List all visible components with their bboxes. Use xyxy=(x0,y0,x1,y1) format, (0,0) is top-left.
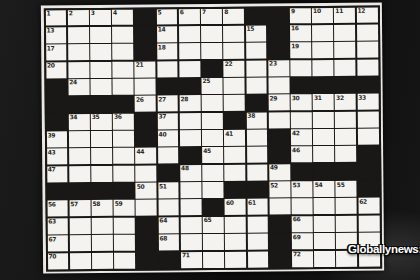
cell-r13c9[interactable] xyxy=(225,217,246,233)
cell-r4c14[interactable] xyxy=(335,59,356,75)
clue-number-24: 24 xyxy=(69,80,77,86)
cell-r15c8[interactable] xyxy=(203,251,224,267)
clue-number-11: 11 xyxy=(335,8,343,14)
black-cell-r10c15 xyxy=(358,163,379,179)
clue-number-47: 47 xyxy=(48,167,56,173)
clue-number-64: 64 xyxy=(159,218,167,224)
cell-r7c12[interactable] xyxy=(291,112,312,128)
black-cell-r1c5 xyxy=(134,9,155,25)
cell-r9c5[interactable]: 44 xyxy=(135,148,156,164)
cell-r5c5[interactable] xyxy=(135,78,156,94)
clue-number-29: 29 xyxy=(269,95,277,101)
cell-r10c10[interactable] xyxy=(247,164,268,180)
cell-r8c3[interactable] xyxy=(91,131,112,147)
black-cell-r5c7 xyxy=(179,78,200,94)
clue-number-67: 67 xyxy=(48,236,56,242)
clue-number-48: 48 xyxy=(181,165,189,171)
black-cell-r5c1 xyxy=(46,79,67,95)
clue-number-9: 9 xyxy=(291,8,295,14)
cell-r3c12[interactable]: 19 xyxy=(290,42,311,58)
cell-r14c1[interactable]: 67 xyxy=(47,235,68,251)
cell-r15c10[interactable] xyxy=(248,251,269,267)
black-cell-r11c10 xyxy=(247,182,268,198)
cell-r6c8[interactable] xyxy=(202,95,223,111)
cell-r8c7[interactable] xyxy=(180,130,201,146)
cell-r3c7[interactable] xyxy=(179,43,200,59)
black-cell-r1c10 xyxy=(245,8,266,24)
clue-number-22: 22 xyxy=(225,61,233,67)
clue-number-62: 62 xyxy=(359,199,367,205)
cell-r11c14[interactable]: 55 xyxy=(336,181,357,197)
clue-number-13: 13 xyxy=(47,28,55,34)
cell-r2c2[interactable] xyxy=(68,27,89,43)
clue-number-63: 63 xyxy=(48,219,56,225)
cell-r12c7[interactable] xyxy=(180,200,201,216)
clue-number-61: 61 xyxy=(248,200,256,206)
cell-r13c8[interactable]: 65 xyxy=(203,217,224,233)
cell-r12c1[interactable]: 56 xyxy=(47,201,68,217)
cell-r15c7[interactable]: 71 xyxy=(181,252,202,268)
clue-number-32: 32 xyxy=(336,95,344,101)
cell-r12c3[interactable]: 58 xyxy=(91,200,112,216)
clue-number-6: 6 xyxy=(180,9,184,15)
cell-r8c4[interactable] xyxy=(113,131,134,147)
cell-r7c2[interactable]: 34 xyxy=(69,114,90,130)
cell-r13c12[interactable]: 66 xyxy=(292,216,313,232)
cell-r2c3[interactable] xyxy=(90,27,111,43)
cell-r8c1[interactable]: 39 xyxy=(46,131,67,147)
cell-r13c2[interactable] xyxy=(69,218,90,234)
cell-r11c12[interactable]: 53 xyxy=(291,181,312,197)
black-cell-r6c3 xyxy=(91,96,112,112)
cell-r2c4[interactable] xyxy=(112,27,133,43)
cell-r12c14[interactable] xyxy=(336,198,357,214)
cell-r4c15[interactable] xyxy=(357,59,378,75)
cell-r13c15[interactable] xyxy=(358,215,379,231)
cell-r3c3[interactable] xyxy=(90,44,111,60)
cell-r11c11[interactable]: 52 xyxy=(269,181,290,197)
cell-r1c9[interactable]: 8 xyxy=(223,8,244,24)
clue-number-49: 49 xyxy=(270,165,278,171)
cell-r1c2[interactable]: 2 xyxy=(68,10,89,26)
black-cell-r6c2 xyxy=(68,96,89,112)
cell-r5c10[interactable] xyxy=(246,77,267,93)
cell-r7c10[interactable]: 38 xyxy=(246,112,267,128)
black-cell-r9c11 xyxy=(269,147,290,163)
black-cell-r3c5 xyxy=(135,44,156,60)
cell-r12c11[interactable] xyxy=(269,199,290,215)
cell-r14c7[interactable] xyxy=(181,234,202,250)
clue-number-36: 36 xyxy=(114,114,122,120)
cell-r13c3[interactable] xyxy=(92,218,113,234)
cell-r12c2[interactable]: 57 xyxy=(69,201,90,217)
cell-r11c5[interactable]: 50 xyxy=(136,183,157,199)
cell-r3c10[interactable] xyxy=(246,43,267,59)
cell-r6c7[interactable]: 28 xyxy=(179,95,200,111)
black-cell-r6c1 xyxy=(46,97,67,113)
cell-r1c4[interactable]: 4 xyxy=(112,9,133,25)
black-cell-r6c10 xyxy=(246,95,267,111)
cell-r9c14[interactable] xyxy=(336,146,357,162)
cell-r9c8[interactable]: 45 xyxy=(202,147,223,163)
cell-r5c8[interactable]: 25 xyxy=(202,78,223,94)
clue-number-72: 72 xyxy=(293,251,301,257)
black-cell-r15c5 xyxy=(136,252,157,268)
watermark: Globallynews: xyxy=(348,243,420,255)
cell-r2c1[interactable]: 13 xyxy=(46,27,67,43)
clue-number-44: 44 xyxy=(136,148,144,154)
cell-r8c9[interactable]: 41 xyxy=(224,130,245,146)
cell-r8c2[interactable] xyxy=(69,131,90,147)
cell-r13c14[interactable] xyxy=(336,216,357,232)
clue-number-51: 51 xyxy=(159,183,167,189)
cell-r1c7[interactable]: 6 xyxy=(179,9,200,25)
cell-r9c13[interactable] xyxy=(313,146,334,162)
cell-r8c13[interactable] xyxy=(313,129,334,145)
clue-number-25: 25 xyxy=(203,78,211,84)
cell-r4c12[interactable] xyxy=(290,60,311,76)
black-cell-r14c11 xyxy=(270,233,291,249)
cell-r1c12[interactable]: 9 xyxy=(290,8,311,24)
clue-number-18: 18 xyxy=(158,44,166,50)
cell-r12c9[interactable]: 60 xyxy=(225,199,246,215)
clue-number-56: 56 xyxy=(48,201,56,207)
clue-number-16: 16 xyxy=(291,26,299,32)
cell-r12c6[interactable] xyxy=(158,200,179,216)
clue-number-7: 7 xyxy=(202,9,206,15)
black-cell-r13c5 xyxy=(136,217,157,233)
clue-number-45: 45 xyxy=(203,148,211,154)
cell-r3c1[interactable]: 17 xyxy=(46,44,67,60)
cell-r14c6[interactable]: 68 xyxy=(158,234,179,250)
clue-number-69: 69 xyxy=(293,234,301,240)
clue-number-66: 66 xyxy=(293,217,301,223)
clue-number-31: 31 xyxy=(314,95,322,101)
cell-r15c12[interactable]: 72 xyxy=(292,251,313,267)
cell-r2c13[interactable] xyxy=(312,25,333,41)
cell-r15c1[interactable]: 70 xyxy=(47,253,68,269)
black-cell-r1c11 xyxy=(268,8,289,24)
clue-number-35: 35 xyxy=(92,114,100,120)
cell-r9c6[interactable] xyxy=(158,148,179,164)
clue-number-2: 2 xyxy=(69,10,73,16)
black-cell-r2c5 xyxy=(134,26,155,42)
clue-number-5: 5 xyxy=(158,9,162,15)
cell-r2c9[interactable] xyxy=(223,26,244,42)
black-cell-r5c14 xyxy=(335,77,356,93)
clue-number-28: 28 xyxy=(180,96,188,102)
clue-number-8: 8 xyxy=(224,9,228,15)
cell-r4c2[interactable] xyxy=(68,62,89,78)
cell-r10c4[interactable] xyxy=(113,165,134,181)
cell-r6c14[interactable]: 32 xyxy=(335,94,356,110)
clue-number-34: 34 xyxy=(70,114,78,120)
photo-background: 1234567891011121314151617181920212223242… xyxy=(0,0,420,280)
cell-r5c11[interactable] xyxy=(268,77,289,93)
black-cell-r9c7 xyxy=(180,147,201,163)
cell-r7c15[interactable] xyxy=(357,111,378,127)
clue-number-1: 1 xyxy=(46,10,50,16)
clue-number-33: 33 xyxy=(358,94,366,100)
cell-r12c4[interactable]: 59 xyxy=(114,200,135,216)
black-cell-r5c6 xyxy=(157,78,178,94)
cell-r4c9[interactable]: 22 xyxy=(224,60,245,76)
clue-number-12: 12 xyxy=(358,8,366,14)
black-cell-r6c4 xyxy=(113,96,134,112)
black-cell-r5c13 xyxy=(313,77,334,93)
cell-r1c1[interactable]: 1 xyxy=(45,10,66,26)
clue-number-4: 4 xyxy=(113,10,117,16)
black-cell-r12c8 xyxy=(203,199,224,215)
cell-r15c2[interactable] xyxy=(70,253,91,269)
cell-r10c11[interactable]: 49 xyxy=(269,164,290,180)
cell-r11c8[interactable] xyxy=(202,182,223,198)
black-cell-r2c11 xyxy=(268,25,289,41)
cell-r14c13[interactable] xyxy=(314,233,335,249)
cell-r2c12[interactable]: 16 xyxy=(290,25,311,41)
cell-r3c6[interactable]: 18 xyxy=(157,44,178,60)
cell-r3c9[interactable] xyxy=(223,43,244,59)
black-cell-r13c11 xyxy=(269,216,290,232)
cell-r10c5[interactable] xyxy=(136,165,157,181)
cell-r2c7[interactable] xyxy=(179,26,200,42)
cell-r12c10[interactable]: 61 xyxy=(247,199,268,215)
black-cell-r10c12 xyxy=(291,164,312,180)
clue-number-52: 52 xyxy=(270,182,278,188)
cell-r13c10[interactable] xyxy=(247,216,268,232)
clue-number-26: 26 xyxy=(136,96,144,102)
cell-r14c8[interactable] xyxy=(203,234,224,250)
clue-number-30: 30 xyxy=(292,95,300,101)
black-cell-r8c5 xyxy=(135,131,156,147)
black-cell-r10c14 xyxy=(336,163,357,179)
cell-r4c11[interactable]: 23 xyxy=(268,60,289,76)
clue-number-14: 14 xyxy=(158,27,166,33)
black-cell-r11c4 xyxy=(114,183,135,199)
cell-r11c13[interactable]: 54 xyxy=(314,181,335,197)
cell-r14c12[interactable]: 69 xyxy=(292,233,313,249)
cell-r1c13[interactable]: 10 xyxy=(312,7,333,23)
black-cell-r15c11 xyxy=(270,251,291,267)
black-cell-r10c13 xyxy=(313,164,334,180)
cell-r3c2[interactable] xyxy=(68,44,89,60)
clue-number-43: 43 xyxy=(48,149,56,155)
clue-number-10: 10 xyxy=(313,8,321,14)
clue-number-38: 38 xyxy=(247,113,255,119)
black-cell-r14c5 xyxy=(136,235,157,251)
cell-r4c10[interactable] xyxy=(246,60,267,76)
black-cell-r3c11 xyxy=(268,43,289,59)
cell-r4c4[interactable] xyxy=(113,61,134,77)
cell-r10c7[interactable]: 48 xyxy=(180,165,201,181)
clue-number-40: 40 xyxy=(159,131,167,137)
cell-r8c6[interactable]: 40 xyxy=(158,130,179,146)
cell-r7c3[interactable]: 35 xyxy=(91,114,112,130)
cell-r3c4[interactable] xyxy=(112,44,133,60)
black-cell-r5c15 xyxy=(357,76,378,92)
cell-r7c4[interactable]: 36 xyxy=(113,113,134,129)
cell-r12c13[interactable] xyxy=(314,198,335,214)
cell-r15c3[interactable] xyxy=(92,252,113,268)
cell-r9c2[interactable] xyxy=(69,148,90,164)
cell-r4c5[interactable]: 21 xyxy=(135,61,156,77)
cell-r9c1[interactable]: 43 xyxy=(47,149,68,165)
black-cell-r11c3 xyxy=(91,183,112,199)
clue-number-37: 37 xyxy=(158,114,166,120)
clue-number-3: 3 xyxy=(91,10,95,16)
cell-r8c12[interactable]: 42 xyxy=(291,129,312,145)
cell-r13c1[interactable]: 63 xyxy=(47,218,68,234)
cell-r12c15[interactable]: 62 xyxy=(358,198,379,214)
cell-r10c9[interactable] xyxy=(225,164,246,180)
clue-number-39: 39 xyxy=(47,132,55,138)
cell-r8c15[interactable] xyxy=(358,129,379,145)
cell-r3c14[interactable] xyxy=(335,42,356,58)
cell-r8c10[interactable] xyxy=(246,130,267,146)
cell-r4c1[interactable]: 20 xyxy=(46,62,67,78)
cell-r13c7[interactable] xyxy=(181,217,202,233)
cell-r6c12[interactable]: 30 xyxy=(291,94,312,110)
clue-number-58: 58 xyxy=(92,201,100,207)
cell-r7c14[interactable] xyxy=(335,111,356,127)
cell-r12c12[interactable] xyxy=(292,199,313,215)
clue-number-59: 59 xyxy=(115,201,123,207)
cell-r7c8[interactable] xyxy=(202,113,223,129)
cell-r6c11[interactable]: 29 xyxy=(268,95,289,111)
crossword-grid: 1234567891011121314151617181920212223242… xyxy=(43,5,381,271)
clue-number-20: 20 xyxy=(47,62,55,68)
cell-r4c13[interactable] xyxy=(313,60,334,76)
cell-r3c13[interactable] xyxy=(312,42,333,58)
cell-r10c3[interactable] xyxy=(91,166,112,182)
clue-number-41: 41 xyxy=(225,130,233,136)
crossword-paper: 1234567891011121314151617181920212223242… xyxy=(41,3,384,274)
cell-r2c8[interactable] xyxy=(201,26,222,42)
black-cell-r11c9 xyxy=(225,182,246,198)
cell-r2c15[interactable] xyxy=(357,24,378,40)
cell-r13c4[interactable] xyxy=(114,217,135,233)
black-cell-r11c15 xyxy=(358,181,379,197)
cell-r2c14[interactable] xyxy=(334,25,355,41)
cell-r6c13[interactable]: 31 xyxy=(313,94,334,110)
cell-r13c6[interactable]: 64 xyxy=(158,217,179,233)
clue-number-54: 54 xyxy=(315,182,323,188)
cell-r2c6[interactable]: 14 xyxy=(157,26,178,42)
cell-r1c14[interactable]: 11 xyxy=(334,7,355,23)
black-cell-r4c8 xyxy=(201,60,222,76)
cell-r15c13[interactable] xyxy=(314,250,335,266)
cell-r9c3[interactable] xyxy=(91,148,112,164)
cell-r9c12[interactable]: 46 xyxy=(291,147,312,163)
black-cell-r8c11 xyxy=(269,129,290,145)
cell-r15c9[interactable] xyxy=(225,251,246,267)
clue-number-71: 71 xyxy=(182,252,190,258)
black-cell-r9c15 xyxy=(358,146,379,162)
cell-r14c10[interactable] xyxy=(247,234,268,250)
cell-r7c13[interactable] xyxy=(313,112,334,128)
cell-r7c11[interactable] xyxy=(269,112,290,128)
cell-r4c3[interactable] xyxy=(90,61,111,77)
cell-r14c2[interactable] xyxy=(70,235,91,251)
cell-r8c8[interactable] xyxy=(202,130,223,146)
clue-number-42: 42 xyxy=(292,130,300,136)
cell-r14c3[interactable] xyxy=(92,235,113,251)
cell-r1c15[interactable]: 12 xyxy=(357,7,378,23)
black-cell-r7c1 xyxy=(46,114,67,130)
cell-r10c1[interactable]: 47 xyxy=(47,166,68,182)
black-cell-r7c9 xyxy=(224,112,245,128)
cell-r6c15[interactable]: 33 xyxy=(357,94,378,110)
cell-r2c10[interactable]: 15 xyxy=(246,25,267,41)
cell-r9c4[interactable] xyxy=(113,148,134,164)
black-cell-r5c12 xyxy=(290,77,311,93)
cell-r8c14[interactable] xyxy=(335,129,356,145)
cell-r6c5[interactable]: 26 xyxy=(135,96,156,112)
clue-number-50: 50 xyxy=(137,183,145,189)
black-cell-r7c5 xyxy=(135,113,156,129)
cell-r14c9[interactable] xyxy=(225,234,246,250)
cell-r1c8[interactable]: 7 xyxy=(201,8,222,24)
clue-number-17: 17 xyxy=(47,45,55,51)
cell-r9c9[interactable] xyxy=(224,147,245,163)
cell-r4c6[interactable] xyxy=(157,61,178,77)
cell-r15c4[interactable] xyxy=(114,252,135,268)
cell-r11c7[interactable] xyxy=(180,182,201,198)
cell-r3c8[interactable] xyxy=(201,43,222,59)
clue-number-57: 57 xyxy=(70,201,78,207)
clue-number-60: 60 xyxy=(226,200,234,206)
cell-r10c8[interactable] xyxy=(202,165,223,181)
clue-number-23: 23 xyxy=(269,61,277,67)
cell-r1c6[interactable]: 5 xyxy=(156,9,177,25)
cell-r4c7[interactable] xyxy=(179,61,200,77)
cell-r7c7[interactable] xyxy=(180,113,201,129)
clue-number-70: 70 xyxy=(49,253,57,259)
clue-number-15: 15 xyxy=(247,26,255,32)
cell-r14c4[interactable] xyxy=(114,235,135,251)
cell-r13c13[interactable] xyxy=(314,216,335,232)
black-cell-r15c6 xyxy=(159,252,180,268)
black-cell-r11c1 xyxy=(47,183,68,199)
clue-number-27: 27 xyxy=(158,96,166,102)
cell-r5c3[interactable] xyxy=(90,79,111,95)
cell-r3c15[interactable] xyxy=(357,42,378,58)
cell-r5c2[interactable]: 24 xyxy=(68,79,89,95)
black-cell-r11c2 xyxy=(69,183,90,199)
cell-r7c6[interactable]: 37 xyxy=(157,113,178,129)
cell-r10c2[interactable] xyxy=(69,166,90,182)
cell-r12c5[interactable] xyxy=(136,200,157,216)
clue-number-19: 19 xyxy=(291,43,299,49)
clue-number-68: 68 xyxy=(159,235,167,241)
cell-r6c6[interactable]: 27 xyxy=(157,96,178,112)
black-cell-r10c6 xyxy=(158,165,179,181)
cell-r11c6[interactable]: 51 xyxy=(158,182,179,198)
cell-r1c3[interactable]: 3 xyxy=(90,9,111,25)
clue-number-53: 53 xyxy=(292,182,300,188)
clue-number-55: 55 xyxy=(337,181,345,187)
clue-number-21: 21 xyxy=(136,62,144,68)
cell-r5c9[interactable] xyxy=(224,78,245,94)
cell-r9c10[interactable] xyxy=(247,147,268,163)
cell-r6c9[interactable] xyxy=(224,95,245,111)
clue-number-46: 46 xyxy=(292,147,300,153)
clue-number-65: 65 xyxy=(204,217,212,223)
cell-r5c4[interactable] xyxy=(113,79,134,95)
